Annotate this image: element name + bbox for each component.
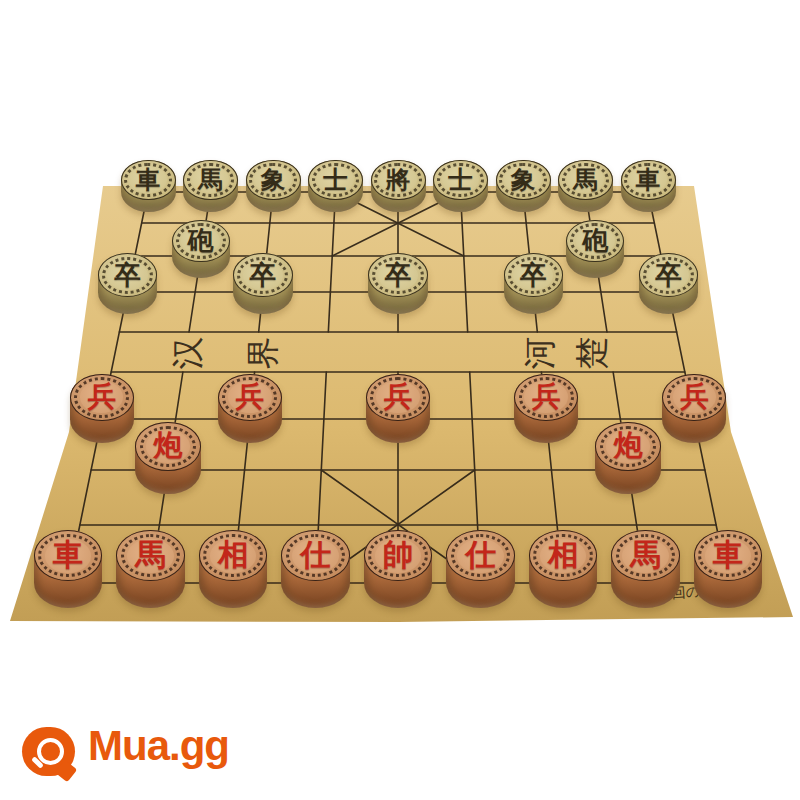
piece-character: 象: [247, 161, 300, 200]
piece-black-horse[interactable]: 馬: [183, 160, 238, 213]
piece-top-face: 仕: [446, 530, 515, 581]
piece-character: 卒: [99, 254, 157, 296]
piece-red-soldier[interactable]: 兵: [662, 374, 726, 443]
piece-character: 象: [497, 161, 550, 200]
piece-red-cannon[interactable]: 炮: [595, 422, 661, 494]
piece-top-face: 兵: [662, 374, 726, 421]
piece-black-soldier[interactable]: 卒: [504, 253, 564, 314]
piece-character: 將: [372, 161, 425, 200]
piece-top-face: 相: [529, 530, 598, 581]
piece-top-face: 兵: [218, 374, 282, 421]
piece-character: 士: [434, 161, 487, 200]
piece-black-elephant[interactable]: 象: [246, 160, 301, 213]
piece-black-elephant[interactable]: 象: [496, 160, 551, 213]
piece-black-soldier[interactable]: 卒: [368, 253, 428, 314]
piece-top-face: 馬: [558, 160, 613, 201]
piece-character: 兵: [515, 375, 577, 420]
piece-character: 馬: [612, 531, 679, 580]
piece-top-face: 砲: [172, 220, 230, 263]
piece-red-soldier[interactable]: 兵: [366, 374, 430, 443]
piece-top-face: 炮: [595, 422, 661, 471]
logo-text: Mua.gg: [88, 722, 229, 770]
piece-character: 相: [200, 531, 267, 580]
piece-top-face: 砲: [566, 220, 624, 263]
piece-black-chariot[interactable]: 車: [621, 160, 676, 213]
piece-top-face: 兵: [514, 374, 578, 421]
piece-red-horse[interactable]: 馬: [611, 530, 680, 608]
piece-character: 兵: [219, 375, 281, 420]
piece-character: 車: [122, 161, 175, 200]
piece-top-face: 卒: [504, 253, 564, 297]
piece-red-horse[interactable]: 馬: [116, 530, 185, 608]
piece-black-cannon[interactable]: 砲: [566, 220, 624, 278]
piece-red-soldier[interactable]: 兵: [70, 374, 134, 443]
piece-red-elephant[interactable]: 相: [199, 530, 268, 608]
piece-top-face: 將: [371, 160, 426, 201]
piece-top-face: 車: [34, 530, 103, 581]
piece-top-face: 卒: [368, 253, 428, 297]
piece-red-general[interactable]: 帥: [364, 530, 433, 608]
piece-top-face: 炮: [135, 422, 201, 471]
piece-character: 兵: [71, 375, 133, 420]
piece-top-face: 象: [246, 160, 301, 201]
piece-character: 車: [622, 161, 675, 200]
piece-black-horse[interactable]: 馬: [558, 160, 613, 213]
piece-black-advisor[interactable]: 士: [308, 160, 363, 213]
piece-red-soldier[interactable]: 兵: [218, 374, 282, 443]
piece-top-face: 馬: [116, 530, 185, 581]
piece-character: 仕: [447, 531, 514, 580]
piece-character: 兵: [663, 375, 725, 420]
piece-character: 馬: [559, 161, 612, 200]
pieces-layer: 車馬象士將士象馬車砲砲卒卒卒卒卒兵兵兵兵兵炮炮車馬相仕帥仕相馬車: [0, 0, 800, 800]
piece-character: 卒: [640, 254, 698, 296]
piece-top-face: 卒: [233, 253, 293, 297]
piece-black-chariot[interactable]: 車: [121, 160, 176, 213]
piece-red-chariot[interactable]: 車: [34, 530, 103, 608]
piece-top-face: 卒: [98, 253, 158, 297]
piece-black-soldier[interactable]: 卒: [639, 253, 699, 314]
piece-red-advisor[interactable]: 仕: [446, 530, 515, 608]
piece-top-face: 士: [433, 160, 488, 201]
piece-red-cannon[interactable]: 炮: [135, 422, 201, 494]
piece-character: 炮: [136, 423, 200, 470]
magnifier-speech-bubble-icon: [22, 727, 75, 776]
piece-top-face: 馬: [611, 530, 680, 581]
piece-black-advisor[interactable]: 士: [433, 160, 488, 213]
piece-top-face: 卒: [639, 253, 699, 297]
piece-top-face: 馬: [183, 160, 238, 201]
piece-black-soldier[interactable]: 卒: [98, 253, 158, 314]
piece-top-face: 車: [121, 160, 176, 201]
piece-character: 卒: [234, 254, 292, 296]
piece-red-advisor[interactable]: 仕: [281, 530, 350, 608]
piece-character: 仕: [282, 531, 349, 580]
piece-character: 車: [695, 531, 762, 580]
piece-black-general[interactable]: 將: [371, 160, 426, 213]
piece-red-elephant[interactable]: 相: [529, 530, 598, 608]
piece-character: 卒: [369, 254, 427, 296]
piece-character: 馬: [184, 161, 237, 200]
piece-black-soldier[interactable]: 卒: [233, 253, 293, 314]
piece-character: 砲: [173, 221, 229, 262]
piece-top-face: 相: [199, 530, 268, 581]
piece-top-face: 仕: [281, 530, 350, 581]
piece-character: 卒: [505, 254, 563, 296]
piece-black-cannon[interactable]: 砲: [172, 220, 230, 278]
piece-red-soldier[interactable]: 兵: [514, 374, 578, 443]
piece-character: 炮: [596, 423, 660, 470]
piece-top-face: 兵: [366, 374, 430, 421]
piece-character: 士: [309, 161, 362, 200]
piece-top-face: 兵: [70, 374, 134, 421]
piece-character: 帥: [365, 531, 432, 580]
piece-top-face: 帥: [364, 530, 433, 581]
piece-red-chariot[interactable]: 車: [694, 530, 763, 608]
xiangqi-set-product-photo: 汉界河楚回の 車馬象士將士象馬車砲砲卒卒卒卒卒兵兵兵兵兵炮炮車馬相仕帥仕相馬車 …: [0, 0, 800, 800]
piece-character: 馬: [117, 531, 184, 580]
piece-top-face: 車: [621, 160, 676, 201]
piece-character: 車: [35, 531, 102, 580]
piece-top-face: 車: [694, 530, 763, 581]
piece-top-face: 象: [496, 160, 551, 201]
magnifier-lens-icon: [37, 738, 64, 765]
piece-character: 相: [530, 531, 597, 580]
piece-character: 砲: [567, 221, 623, 262]
piece-character: 兵: [367, 375, 429, 420]
piece-top-face: 士: [308, 160, 363, 201]
